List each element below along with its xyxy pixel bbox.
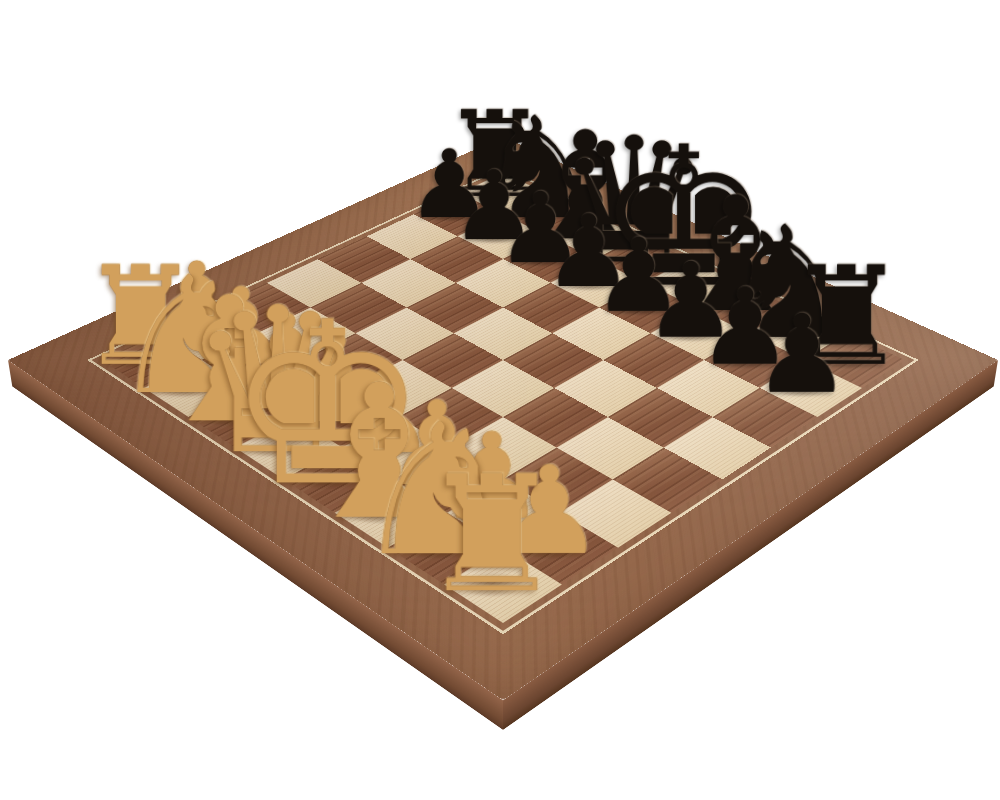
black-knight-icon: ♞	[671, 205, 907, 360]
square-g7: ♟	[704, 333, 804, 388]
piece-shadow	[246, 374, 329, 401]
piece-white-rook: ♜	[19, 248, 260, 365]
piece-shadow	[651, 321, 730, 346]
piece-shadow	[187, 403, 273, 432]
black-rook-icon: ♜	[725, 248, 966, 385]
piece-shadow	[283, 464, 371, 495]
square-b2: ♟	[202, 333, 302, 388]
piece-shadow	[142, 374, 227, 401]
photo-scene: ♜♞♝♛♚♝♞♜♟♟♟♟♟♟♟♟♟♟♟♟♟♟♟♟♜♞♝♛♚♝♞♜	[0, 0, 1000, 800]
playing-area: ♜♞♝♛♚♝♞♜♟♟♟♟♟♟♟♟♟♟♟♟♟♟♟♟♜♞♝♛♚♝♞♜	[101, 173, 904, 623]
square-d4	[403, 333, 503, 388]
white-pawn-icon: ♟	[79, 249, 315, 353]
black-bishop-icon: ♝	[620, 176, 851, 335]
black-rook-icon: ♜	[389, 95, 599, 214]
square-a1: ♜	[101, 333, 201, 388]
piece-shadow	[99, 347, 183, 373]
piece-black-rook: ♜	[389, 95, 599, 197]
piece-shadow	[201, 347, 283, 373]
piece-shadow	[157, 321, 238, 346]
chess-board: ♜♞♝♛♚♝♞♜♟♟♟♟♟♟♟♟♟♟♟♟♟♟♟♟♜♞♝♛♚♝♞♜	[8, 137, 998, 700]
piece-shadow	[696, 296, 774, 320]
square-e5	[503, 333, 603, 388]
